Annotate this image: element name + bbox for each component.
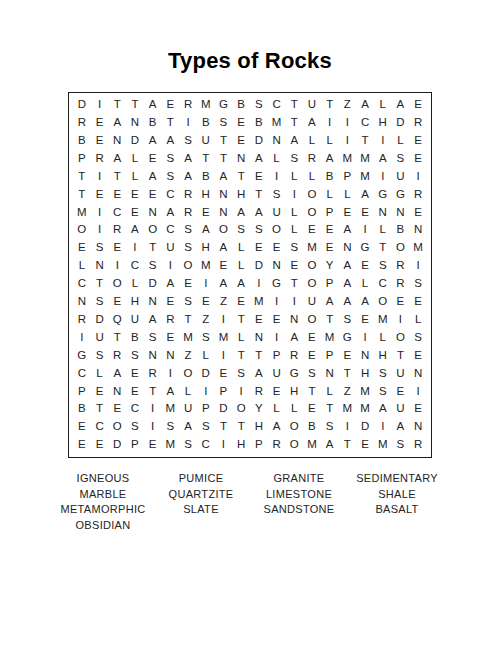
grid-cell-letter: O [303,311,321,329]
grid-cell-letter: L [126,168,144,186]
grid-cell-letter: T [215,132,233,150]
grid-cell-letter: E [356,311,374,329]
grid-cell-letter: L [179,382,197,400]
grid-cell-letter: G [73,347,91,365]
grid-cell-letter: C [197,436,215,454]
grid-cell-letter: S [285,150,303,168]
grid-cell-letter: S [179,293,197,311]
grid-cell-letter: D [91,311,109,329]
grid-cell-letter: P [126,436,144,454]
grid-cell-letter: B [303,418,321,436]
grid-cell-letter: H [126,293,144,311]
grid-cell-letter: T [321,311,339,329]
grid-cell-letter: U [268,203,286,221]
grid-cell-letter: S [339,311,357,329]
grid-cell-letter: Z [339,382,357,400]
grid-cell-letter: I [374,168,392,186]
grid-cell-letter: E [91,114,109,132]
grid-cell-letter: E [303,329,321,347]
grid-cell-letter: I [339,132,357,150]
grid-cell-letter: T [73,168,91,186]
grid-cell-letter: I [409,382,427,400]
grid-cell-letter: B [392,221,410,239]
grid-cell-letter: A [197,221,215,239]
grid-cell-letter: A [285,132,303,150]
grid-cell-letter: C [268,96,286,114]
grid-cell-letter: L [73,257,91,275]
grid-cell-letter: B [73,400,91,418]
grid-cell-letter: S [126,347,144,365]
grid-cell-letter: N [162,347,180,365]
grid-cell-letter: E [197,203,215,221]
grid-cell-letter: H [197,239,215,257]
grid-cell-letter: S [409,329,427,347]
grid-cell-letter: A [144,96,162,114]
grid-cell-letter: S [179,132,197,150]
grid-cell-letter: I [232,382,250,400]
grid-cell-letter: A [321,150,339,168]
grid-cell-letter: O [392,239,410,257]
grid-cell-letter: A [232,203,250,221]
grid-cell-letter: S [91,293,109,311]
grid-cell-letter: M [339,150,357,168]
grid-cell-letter: E [250,239,268,257]
grid-cell-letter: A [250,150,268,168]
grid-cell-letter: E [321,239,339,257]
grid-cell-letter: N [144,347,162,365]
grid-cell-letter: I [91,168,109,186]
grid-cell-letter: S [374,364,392,382]
grid-cell-letter: H [250,418,268,436]
grid-cell-letter: T [108,168,126,186]
grid-cell-letter: T [285,96,303,114]
grid-cell-letter: N [108,382,126,400]
grid-cell-letter: M [303,436,321,454]
grid-cell-letter: S [179,221,197,239]
grid-cell-letter: I [268,168,286,186]
grid-cell-letter: G [392,185,410,203]
grid-cell-letter: E [392,293,410,311]
grid-cell-letter: D [197,364,215,382]
grid-cell-letter: R [162,311,180,329]
grid-cell-letter: E [91,185,109,203]
grid-cell-letter: G [215,96,233,114]
grid-cell-letter: E [126,203,144,221]
grid-cell-letter: L [356,275,374,293]
grid-cell-letter: L [285,168,303,186]
grid-cell-letter: O [303,257,321,275]
grid-cell-letter: E [409,347,427,365]
grid-cell-letter: S [232,364,250,382]
grid-cell-letter: M [374,436,392,454]
grid-cell-letter: P [321,347,339,365]
word-list-empty-slot [348,518,446,534]
grid-cell-letter: E [91,382,109,400]
grid-cell-letter: E [409,150,427,168]
grid-cell-letter: M [162,436,180,454]
grid-cell-letter: L [374,221,392,239]
grid-cell-letter: U [392,400,410,418]
grid-cell-letter: S [374,257,392,275]
grid-cell-letter: I [162,364,180,382]
grid-cell-letter: H [356,364,374,382]
grid-cell-letter: D [144,275,162,293]
grid-cell-letter: T [339,436,357,454]
grid-cell-letter: I [126,239,144,257]
grid-cell-letter: I [162,257,180,275]
grid-cell-letter: P [215,382,233,400]
grid-cell-letter: O [392,329,410,347]
grid-cell-letter: B [73,132,91,150]
grid-cell-letter: E [232,293,250,311]
word-list-item: IGNEOUS [54,471,152,487]
grid-cell-letter: H [374,347,392,365]
word-list-item: GRANITE [250,471,348,487]
word-list-empty-slot [250,518,348,534]
grid-cell-letter: E [339,347,357,365]
grid-cell-letter: E [356,257,374,275]
grid-cell-letter: R [409,436,427,454]
grid-cell-letter: A [321,436,339,454]
grid-cell-letter: E [108,185,126,203]
grid-cell-letter: G [339,329,357,347]
grid-cell-letter: E [392,382,410,400]
grid-cell-letter: T [144,382,162,400]
word-list-item: QUARTZITE [152,487,250,503]
word-list-item: PUMICE [152,471,250,487]
grid-cell-letter: C [374,275,392,293]
word-list-empty-slot [152,518,250,534]
grid-cell-letter: I [321,114,339,132]
grid-cell-letter: E [409,132,427,150]
grid-cell-letter: S [162,150,180,168]
grid-cell-letter: L [303,132,321,150]
grid-cell-letter: T [232,418,250,436]
grid-cell-letter: D [356,418,374,436]
grid-cell-letter: I [339,114,357,132]
grid-cell-letter: T [392,347,410,365]
grid-cell-letter: T [215,418,233,436]
grid-cell-letter: O [73,221,91,239]
grid-cell-letter: N [356,347,374,365]
grid-cell-letter: C [126,257,144,275]
grid-cell-letter: S [144,257,162,275]
grid-cell-letter: A [339,275,357,293]
grid-cell-letter: I [215,311,233,329]
grid-cell-letter: N [126,114,144,132]
grid-cell-letter: I [215,436,233,454]
grid-cell-letter: A [268,418,286,436]
grid-cell-letter: L [197,347,215,365]
grid-cell-letter: A [356,293,374,311]
grid-cell-letter: O [303,203,321,221]
grid-cell-letter: E [144,185,162,203]
grid-cell-letter: Z [197,311,215,329]
grid-cell-letter: C [162,221,180,239]
grid-cell-letter: S [285,239,303,257]
grid-cell-letter: N [409,221,427,239]
grid-cell-letter: E [144,436,162,454]
grid-cell-letter: I [374,132,392,150]
grid-cell-letter: R [303,150,321,168]
grid-cell-letter: E [285,257,303,275]
grid-cell-letter: U [197,132,215,150]
grid-cell-letter: A [144,311,162,329]
grid-cell-letter: L [91,364,109,382]
grid-cell-letter: G [285,364,303,382]
grid-cell-letter: T [303,382,321,400]
grid-cell-letter: N [409,418,427,436]
grid-cell-letter: S [197,418,215,436]
grid-cell-letter: S [144,329,162,347]
grid-cell-letter: L [126,150,144,168]
grid-cell-letter: R [179,96,197,114]
grid-cell-letter: L [126,275,144,293]
grid-cell-letter: L [321,185,339,203]
grid-cell-letter: G [356,239,374,257]
grid-cell-letter: E [356,203,374,221]
grid-cell-letter: P [339,168,357,186]
grid-cell-letter: C [126,400,144,418]
grid-cell-letter: M [197,96,215,114]
grid-cell-letter: I [392,311,410,329]
grid-cell-letter: P [321,275,339,293]
grid-cell-letter: E [356,436,374,454]
grid-cell-letter: I [356,221,374,239]
grid-cell-letter: I [409,257,427,275]
puzzle-title: Types of Rocks [0,48,500,74]
grid-cell-letter: P [321,203,339,221]
grid-cell-letter: E [303,400,321,418]
grid-cell-letter: R [91,150,109,168]
grid-cell-letter: O [268,221,286,239]
grid-cell-letter: E [91,436,109,454]
grid-cell-letter: L [374,329,392,347]
grid-cell-letter: L [339,185,357,203]
grid-cell-letter: T [108,329,126,347]
grid-cell-letter: L [285,221,303,239]
grid-cell-letter: R [73,114,91,132]
grid-cell-letter: H [197,185,215,203]
grid-cell-letter: L [285,400,303,418]
grid-cell-letter: Z [339,96,357,114]
grid-cell-letter: I [268,329,286,347]
word-search-grid: DITTAERMGBSCTUTZALAEREANBTIBSEBMTAIICHDR… [68,92,432,458]
grid-cell-letter: N [268,132,286,150]
grid-cell-letter: A [285,329,303,347]
grid-cell-letter: E [73,436,91,454]
grid-cell-letter: B [232,96,250,114]
grid-cell-letter: O [179,364,197,382]
grid-cell-letter: M [356,382,374,400]
grid-cell-letter: L [232,329,250,347]
word-search-page: { "game": "word_search", "title": "Types… [0,0,500,647]
grid-cell-letter: B [197,114,215,132]
grid-cell-letter: H [285,382,303,400]
grid-cell-letter: I [285,185,303,203]
grid-cell-letter: C [91,418,109,436]
grid-cell-letter: T [144,239,162,257]
grid-cell-letter: E [268,239,286,257]
grid-cell-letter: T [232,347,250,365]
grid-cell-letter: U [126,311,144,329]
grid-cell-letter: E [303,221,321,239]
word-list-item: SHALE [348,487,446,503]
grid-cell-letter: O [374,293,392,311]
grid-cell-letter: O [303,275,321,293]
grid-cell-letter: A [356,96,374,114]
word-list-item: SANDSTONE [250,502,348,518]
grid-cell-letter: A [374,150,392,168]
word-list-item: MARBLE [54,487,152,503]
grid-cell-letter: E [126,185,144,203]
grid-cell-letter: N [108,132,126,150]
grid-cell-letter: N [374,203,392,221]
grid-cell-letter: T [232,311,250,329]
grid-cell-letter: E [108,400,126,418]
grid-cell-letter: S [162,168,180,186]
grid-cell-letter: S [215,114,233,132]
grid-cell-letter: A [162,382,180,400]
grid-cell-letter: M [268,114,286,132]
grid-cell-letter: P [73,382,91,400]
grid-cell-letter: R [250,382,268,400]
grid-cell-letter: E [215,364,233,382]
grid-cell-letter: M [303,239,321,257]
grid-cell-letter: D [126,132,144,150]
grid-cell-letter: O [303,185,321,203]
grid-cell-letter: E [91,132,109,150]
grid-cell-letter: A [215,168,233,186]
word-list-item: SLATE [152,502,250,518]
grid-cell-letter: U [392,364,410,382]
grid-cell-letter: L [232,257,250,275]
grid-cell-letter: N [268,257,286,275]
grid-cell-letter: I [215,347,233,365]
grid-cell-letter: P [73,150,91,168]
grid-cell-letter: O [215,221,233,239]
grid-cell-letter: T [250,347,268,365]
grid-cell-letter: L [303,168,321,186]
grid-cell-letter: D [250,257,268,275]
grid-cell-letter: E [144,150,162,168]
grid-cell-letter: N [232,150,250,168]
grid-cell-letter: T [108,96,126,114]
grid-cell-letter: Y [250,400,268,418]
word-list-item: SEDIMENTARY [348,471,446,487]
grid-cell-letter: I [73,329,91,347]
grid-cell-letter: H [232,185,250,203]
grid-cell-letter: T [250,185,268,203]
grid-cell-letter: R [285,347,303,365]
grid-cell-letter: D [392,114,410,132]
grid-cell-letter: I [268,293,286,311]
grid-cell-letter: N [250,329,268,347]
grid-cell-letter: A [250,203,268,221]
grid-cell-letter: U [91,329,109,347]
grid-cell-letter: E [73,239,91,257]
word-list-item: OBSIDIAN [54,518,152,534]
grid-cell-letter: I [91,203,109,221]
grid-cell-letter: A [339,257,357,275]
grid-cell-letter: A [250,364,268,382]
grid-cell-letter: R [392,257,410,275]
grid-cell-letter: R [73,311,91,329]
grid-cell-letter: I [179,114,197,132]
grid-cell-letter: B [250,114,268,132]
grid-cell-letter: P [197,400,215,418]
grid-cell-letter: A [162,203,180,221]
grid-cell-letter: A [232,275,250,293]
grid-cell-letter: I [91,221,109,239]
grid-cell-letter: S [179,436,197,454]
grid-cell-letter: E [409,203,427,221]
grid-cell-letter: R [409,185,427,203]
grid-cell-letter: T [215,150,233,168]
grid-cell-letter: M [321,329,339,347]
grid-cell-letter: I [409,168,427,186]
grid-cell-letter: M [73,203,91,221]
grid-cell-letter: A [179,150,197,168]
grid-cell-letter: S [392,436,410,454]
grid-cell-letter: S [91,347,109,365]
grid-cell-letter: G [374,185,392,203]
grid-cell-letter: M [356,168,374,186]
grid-cell-letter: R [179,203,197,221]
grid-cell-letter: A [321,293,339,311]
grid-cell-letter: S [126,418,144,436]
grid-cell-letter: O [108,275,126,293]
grid-cell-letter: N [339,239,357,257]
grid-cell-letter: G [268,275,286,293]
grid-cell-letter: D [108,436,126,454]
grid-cell-letter: O [232,400,250,418]
grid-cell-letter: T [197,150,215,168]
grid-cell-letter: T [232,168,250,186]
grid-cell-letter: A [339,293,357,311]
grid-cell-letter: S [250,221,268,239]
grid-cell-letter: S [250,96,268,114]
grid-cell-letter: S [268,185,286,203]
grid-cell-letter: S [91,239,109,257]
grid-cell-letter: U [179,400,197,418]
grid-cell-letter: E [268,311,286,329]
grid-cell-letter: I [374,418,392,436]
grid-cell-letter: M [339,400,357,418]
grid-cell-letter: Z [215,293,233,311]
grid-cell-letter: S [162,418,180,436]
grid-cell-letter: A [392,96,410,114]
grid-cell-letter: E [108,293,126,311]
grid-cell-letter: T [285,275,303,293]
grid-cell-letter: N [144,203,162,221]
grid-cell-letter: O [108,418,126,436]
grid-cell-letter: Q [108,311,126,329]
grid-cell-letter: A [162,275,180,293]
grid-cell-letter: L [268,400,286,418]
grid-cell-letter: M [179,329,197,347]
grid-cell-letter: H [232,436,250,454]
grid-cell-letter: T [339,364,357,382]
grid-cell-letter: E [108,239,126,257]
grid-cell-letter: T [91,400,109,418]
grid-cell-letter: I [250,275,268,293]
grid-cell-letter: D [73,96,91,114]
grid-cell-letter: E [162,96,180,114]
grid-cell-letter: O [179,257,197,275]
grid-cell-letter: E [409,96,427,114]
grid-cell-letter: E [126,364,144,382]
